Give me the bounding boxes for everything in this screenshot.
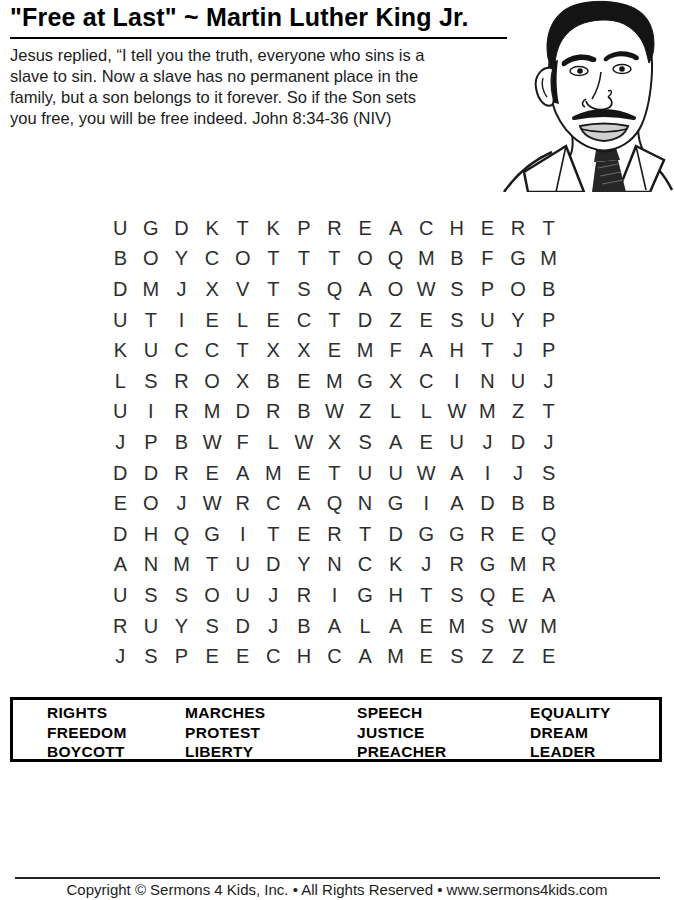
grid-cell[interactable]: J [258, 611, 289, 642]
grid-cell[interactable]: E [289, 366, 320, 397]
grid-cell[interactable]: E [289, 519, 320, 550]
word-bank-item: BOYCOTT [47, 742, 185, 762]
grid-cell[interactable]: Z [472, 641, 503, 672]
grid-cell[interactable]: D [380, 519, 411, 550]
grid-cell[interactable]: Q [472, 580, 503, 611]
grid-cell[interactable]: E [289, 458, 320, 489]
grid-cell[interactable]: A [105, 550, 136, 581]
grid-cell[interactable]: J [166, 274, 197, 305]
grid-cell[interactable]: T [227, 335, 258, 366]
footer-text: Copyright © Sermons 4 Kids, Inc. • All R… [0, 881, 674, 898]
grid-cell[interactable]: O [380, 274, 411, 305]
grid-cell[interactable]: M [442, 611, 473, 642]
grid-cell[interactable]: R [319, 213, 350, 244]
grid-cell[interactable]: X [197, 274, 228, 305]
word-bank-item: LIBERTY [185, 742, 357, 762]
grid-cell[interactable]: B [258, 366, 289, 397]
grid-cell[interactable]: E [350, 213, 381, 244]
grid-cell[interactable]: R [166, 366, 197, 397]
grid-cell[interactable]: G [411, 519, 442, 550]
grid-cell[interactable]: O [350, 244, 381, 275]
grid-cell[interactable]: C [289, 305, 320, 336]
grid-cell[interactable]: P [472, 274, 503, 305]
grid-cell[interactable]: A [442, 488, 473, 519]
grid-cell[interactable]: P [533, 305, 564, 336]
grid-cell[interactable]: H [442, 213, 473, 244]
grid-cell[interactable]: L [350, 611, 381, 642]
grid-cell[interactable]: S [442, 274, 473, 305]
grid-cell[interactable]: M [197, 397, 228, 428]
grid-cell[interactable]: T [350, 519, 381, 550]
grid-cell[interactable]: M [380, 641, 411, 672]
grid-cell[interactable]: H [289, 641, 320, 672]
grid-cell[interactable]: G [350, 580, 381, 611]
grid-cell[interactable]: M [350, 335, 381, 366]
grid-cell[interactable]: C [258, 641, 289, 672]
grid-cell[interactable]: Z [380, 305, 411, 336]
grid-cell[interactable]: J [503, 335, 534, 366]
grid-cell[interactable]: U [136, 335, 167, 366]
word-bank-item: MARCHES [185, 703, 357, 723]
grid-cell[interactable]: S [442, 305, 473, 336]
grid-cell[interactable]: I [472, 458, 503, 489]
grid-cell[interactable]: A [380, 611, 411, 642]
grid-cell[interactable]: S [472, 611, 503, 642]
grid-cell[interactable]: A [350, 274, 381, 305]
grid-cell[interactable]: J [503, 458, 534, 489]
grid-cell[interactable]: E [227, 641, 258, 672]
grid-cell[interactable]: Z [503, 397, 534, 428]
grid-cell[interactable]: D [227, 397, 258, 428]
grid-cell[interactable]: E [411, 427, 442, 458]
grid-cell[interactable]: U [503, 366, 534, 397]
grid-cell[interactable]: P [533, 335, 564, 366]
grid-cell[interactable]: T [319, 458, 350, 489]
grid-cell[interactable]: L [227, 305, 258, 336]
grid-cell[interactable]: C [258, 488, 289, 519]
word-bank-item: FREEDOM [47, 723, 185, 743]
grid-cell[interactable]: A [533, 580, 564, 611]
grid-cell[interactable]: J [533, 366, 564, 397]
grid-cell[interactable]: S [533, 458, 564, 489]
grid-cell[interactable]: D [350, 305, 381, 336]
grid-cell[interactable]: U [105, 305, 136, 336]
word-bank-item: EQUALITY [530, 703, 659, 723]
grid-cell[interactable]: O [197, 366, 228, 397]
grid-cell[interactable]: D [136, 458, 167, 489]
grid-cell[interactable]: T [227, 213, 258, 244]
word-bank-item: DREAM [530, 723, 659, 743]
grid-cell[interactable]: K [258, 213, 289, 244]
grid-cell[interactable]: S [442, 580, 473, 611]
grid-cell[interactable]: R [289, 580, 320, 611]
grid-cell[interactable]: Q [166, 519, 197, 550]
grid-cell[interactable]: M [319, 366, 350, 397]
grid-cell[interactable]: R [227, 488, 258, 519]
grid-cell[interactable]: D [503, 427, 534, 458]
grid-cell[interactable]: R [258, 397, 289, 428]
grid-cell[interactable]: X [380, 366, 411, 397]
grid-cell[interactable]: F [227, 427, 258, 458]
page-title: "Free at Last" ~ Martin Luther King Jr. [10, 3, 469, 32]
word-bank-item: LEADER [530, 742, 659, 762]
footer-divider [15, 877, 660, 879]
grid-cell[interactable]: Q [380, 244, 411, 275]
grid-cell[interactable]: N [350, 488, 381, 519]
grid-cell[interactable]: X [258, 335, 289, 366]
word-bank: RIGHTSMARCHESSPEECHEQUALITYFREEDOMPROTES… [10, 697, 662, 762]
grid-cell[interactable]: U [227, 550, 258, 581]
grid-cell[interactable]: U [105, 580, 136, 611]
grid-cell[interactable]: U [350, 458, 381, 489]
grid-cell[interactable]: U [380, 458, 411, 489]
grid-cell[interactable]: M [533, 244, 564, 275]
grid-cell[interactable]: W [289, 427, 320, 458]
grid-cell[interactable]: E [533, 641, 564, 672]
grid-cell[interactable]: U [136, 611, 167, 642]
grid-cell[interactable]: Y [166, 244, 197, 275]
grid-cell[interactable]: T [319, 305, 350, 336]
grid-cell[interactable]: E [197, 305, 228, 336]
grid-cell[interactable]: C [350, 550, 381, 581]
grid-cell[interactable]: Z [503, 641, 534, 672]
grid-cell[interactable]: C [197, 244, 228, 275]
mlk-portrait-illustration [500, 0, 674, 192]
grid-cell[interactable]: B [442, 244, 473, 275]
grid-cell[interactable]: U [105, 397, 136, 428]
grid-cell[interactable]: J [258, 580, 289, 611]
grid-cell[interactable]: B [105, 244, 136, 275]
grid-cell[interactable]: N [136, 550, 167, 581]
grid-cell[interactable]: L [105, 366, 136, 397]
grid-cell[interactable]: K [380, 550, 411, 581]
grid-cell[interactable]: T [472, 335, 503, 366]
grid-cell[interactable]: P [289, 213, 320, 244]
grid-cell[interactable]: R [105, 611, 136, 642]
grid-cell[interactable]: C [166, 335, 197, 366]
grid-cell[interactable]: V [227, 274, 258, 305]
grid-cell[interactable]: Q [533, 519, 564, 550]
grid-cell[interactable]: M [503, 550, 534, 581]
grid-cell[interactable]: E [105, 488, 136, 519]
grid-cell[interactable]: E [411, 305, 442, 336]
grid-cell[interactable]: J [166, 488, 197, 519]
grid-cell[interactable]: G [472, 550, 503, 581]
grid-cell[interactable]: E [197, 641, 228, 672]
grid-cell[interactable]: R [472, 519, 503, 550]
grid-cell[interactable]: T [289, 244, 320, 275]
grid-cell[interactable]: R [166, 458, 197, 489]
grid-cell[interactable]: R [533, 550, 564, 581]
grid-cell[interactable]: C [411, 366, 442, 397]
grid-cell[interactable]: A [289, 488, 320, 519]
grid-cell[interactable]: G [136, 213, 167, 244]
grid-cell[interactable]: D [472, 488, 503, 519]
grid-cell[interactable]: R [503, 213, 534, 244]
grid-cell[interactable]: S [136, 366, 167, 397]
grid-cell[interactable]: O [227, 244, 258, 275]
grid-cell[interactable]: S [350, 427, 381, 458]
grid-cell[interactable]: U [442, 427, 473, 458]
grid-cell[interactable]: K [105, 335, 136, 366]
grid-cell[interactable]: U [105, 213, 136, 244]
grid-cell[interactable]: T [533, 397, 564, 428]
grid-cell[interactable]: I [442, 366, 473, 397]
grid-cell[interactable]: T [258, 244, 289, 275]
grid-cell[interactable]: B [289, 611, 320, 642]
grid-cell[interactable]: T [258, 274, 289, 305]
grid-cell[interactable]: H [380, 580, 411, 611]
grid-cell[interactable]: J [472, 427, 503, 458]
grid-cell[interactable]: L [258, 427, 289, 458]
grid-cell[interactable]: D [105, 519, 136, 550]
grid-cell[interactable]: W [503, 611, 534, 642]
grid-cell[interactable]: M [166, 550, 197, 581]
grid-cell[interactable]: C [197, 335, 228, 366]
grid-cell[interactable]: E [503, 580, 534, 611]
grid-cell[interactable]: I [319, 580, 350, 611]
grid-cell[interactable]: Q [319, 274, 350, 305]
grid-cell[interactable]: W [411, 458, 442, 489]
word-bank-item: PREACHER [357, 742, 530, 762]
grid-cell[interactable]: H [442, 335, 473, 366]
grid-cell[interactable]: W [442, 397, 473, 428]
verse-text: Jesus replied, “I tell you the truth, ev… [10, 45, 517, 129]
grid-cell[interactable]: D [105, 458, 136, 489]
grid-cell[interactable]: O [136, 244, 167, 275]
grid-cell[interactable]: B [533, 488, 564, 519]
grid-cell[interactable]: E [503, 519, 534, 550]
grid-cell[interactable]: E [258, 305, 289, 336]
grid-cell[interactable]: W [319, 397, 350, 428]
grid-cell[interactable]: E [472, 213, 503, 244]
grid-cell[interactable]: R [319, 519, 350, 550]
grid-cell[interactable]: O [197, 580, 228, 611]
grid-cell[interactable]: B [166, 427, 197, 458]
grid-cell[interactable]: I [136, 397, 167, 428]
grid-cell[interactable]: G [380, 488, 411, 519]
grid-cell[interactable]: M [258, 458, 289, 489]
grid-cell[interactable]: G [350, 366, 381, 397]
grid-cell[interactable]: R [166, 397, 197, 428]
grid-cell[interactable]: X [319, 427, 350, 458]
grid-cell[interactable]: I [411, 488, 442, 519]
grid-cell[interactable]: Y [503, 305, 534, 336]
grid-cell[interactable]: A [350, 641, 381, 672]
grid-cell[interactable]: B [503, 488, 534, 519]
grid-cell[interactable]: A [442, 458, 473, 489]
grid-cell[interactable]: J [411, 550, 442, 581]
word-bank-item: RIGHTS [47, 703, 185, 723]
grid-cell[interactable]: B [289, 397, 320, 428]
grid-cell[interactable]: D [166, 213, 197, 244]
grid-cell[interactable]: P [136, 427, 167, 458]
grid-cell[interactable]: O [503, 274, 534, 305]
grid-cell[interactable]: G [503, 244, 534, 275]
grid-cell[interactable]: L [411, 397, 442, 428]
grid-cell[interactable]: J [533, 427, 564, 458]
grid-cell[interactable]: M [472, 397, 503, 428]
grid-cell[interactable]: P [166, 641, 197, 672]
grid-cell[interactable]: K [197, 213, 228, 244]
grid-cell[interactable]: T [197, 550, 228, 581]
grid-cell[interactable]: O [136, 488, 167, 519]
grid-cell[interactable]: E [411, 641, 442, 672]
grid-cell[interactable]: T [319, 244, 350, 275]
grid-cell[interactable]: A [380, 213, 411, 244]
grid-cell[interactable]: R [442, 550, 473, 581]
grid-cell[interactable]: N [319, 550, 350, 581]
grid-cell[interactable]: T [136, 305, 167, 336]
grid-cell[interactable]: W [197, 427, 228, 458]
title-underline [10, 37, 507, 39]
grid-cell[interactable]: C [411, 213, 442, 244]
grid-cell[interactable]: Q [319, 488, 350, 519]
grid-cell[interactable]: U [227, 580, 258, 611]
grid-cell[interactable]: A [411, 335, 442, 366]
grid-cell[interactable]: T [258, 519, 289, 550]
grid-cell[interactable]: G [442, 519, 473, 550]
grid-cell[interactable]: J [105, 641, 136, 672]
grid-cell[interactable]: F [472, 244, 503, 275]
grid-cell[interactable]: F [380, 335, 411, 366]
grid-cell[interactable]: S [136, 641, 167, 672]
grid-cell[interactable]: E [411, 611, 442, 642]
word-search-grid: UGDKTKPREACHERTBOYCOTTTOQMBFGMDMJXVTSQAO… [105, 213, 564, 672]
grid-cell[interactable]: Y [166, 611, 197, 642]
grid-cell[interactable]: C [319, 641, 350, 672]
grid-cell[interactable]: T [411, 580, 442, 611]
grid-cell[interactable]: X [289, 335, 320, 366]
grid-cell[interactable]: S [289, 274, 320, 305]
grid-cell[interactable]: A [380, 427, 411, 458]
grid-cell[interactable]: I [227, 519, 258, 550]
grid-cell[interactable]: D [105, 274, 136, 305]
grid-cell[interactable]: Y [289, 550, 320, 581]
grid-cell[interactable]: A [227, 458, 258, 489]
worksheet-page: "Free at Last" ~ Martin Luther King Jr. … [0, 0, 674, 900]
grid-cell[interactable]: S [197, 611, 228, 642]
grid-cell[interactable]: I [166, 305, 197, 336]
word-bank-item: SPEECH [357, 703, 530, 723]
grid-cell[interactable]: M [411, 244, 442, 275]
grid-cell[interactable]: D [227, 611, 258, 642]
grid-cell[interactable]: B [533, 274, 564, 305]
grid-cell[interactable]: W [197, 488, 228, 519]
grid-cell[interactable]: Z [350, 397, 381, 428]
grid-cell[interactable]: H [136, 519, 167, 550]
grid-cell[interactable]: L [380, 397, 411, 428]
grid-cell[interactable]: X [227, 366, 258, 397]
word-bank-grid: RIGHTSMARCHESSPEECHEQUALITYFREEDOMPROTES… [13, 700, 659, 762]
word-bank-item: PROTEST [185, 723, 357, 743]
grid-cell[interactable]: N [472, 366, 503, 397]
grid-cell[interactable]: M [533, 611, 564, 642]
grid-cell[interactable]: S [442, 641, 473, 672]
grid-cell[interactable]: S [166, 580, 197, 611]
grid-cell[interactable]: A [319, 611, 350, 642]
grid-cell[interactable]: E [319, 335, 350, 366]
grid-cell[interactable]: W [411, 274, 442, 305]
grid-cell[interactable]: U [472, 305, 503, 336]
grid-cell[interactable]: E [197, 458, 228, 489]
grid-cell[interactable]: D [258, 550, 289, 581]
grid-cell[interactable]: M [136, 274, 167, 305]
grid-cell[interactable]: S [136, 580, 167, 611]
grid-cell[interactable]: J [105, 427, 136, 458]
grid-cell[interactable]: G [197, 519, 228, 550]
word-bank-item: JUSTICE [357, 723, 530, 743]
grid-cell[interactable]: T [533, 213, 564, 244]
